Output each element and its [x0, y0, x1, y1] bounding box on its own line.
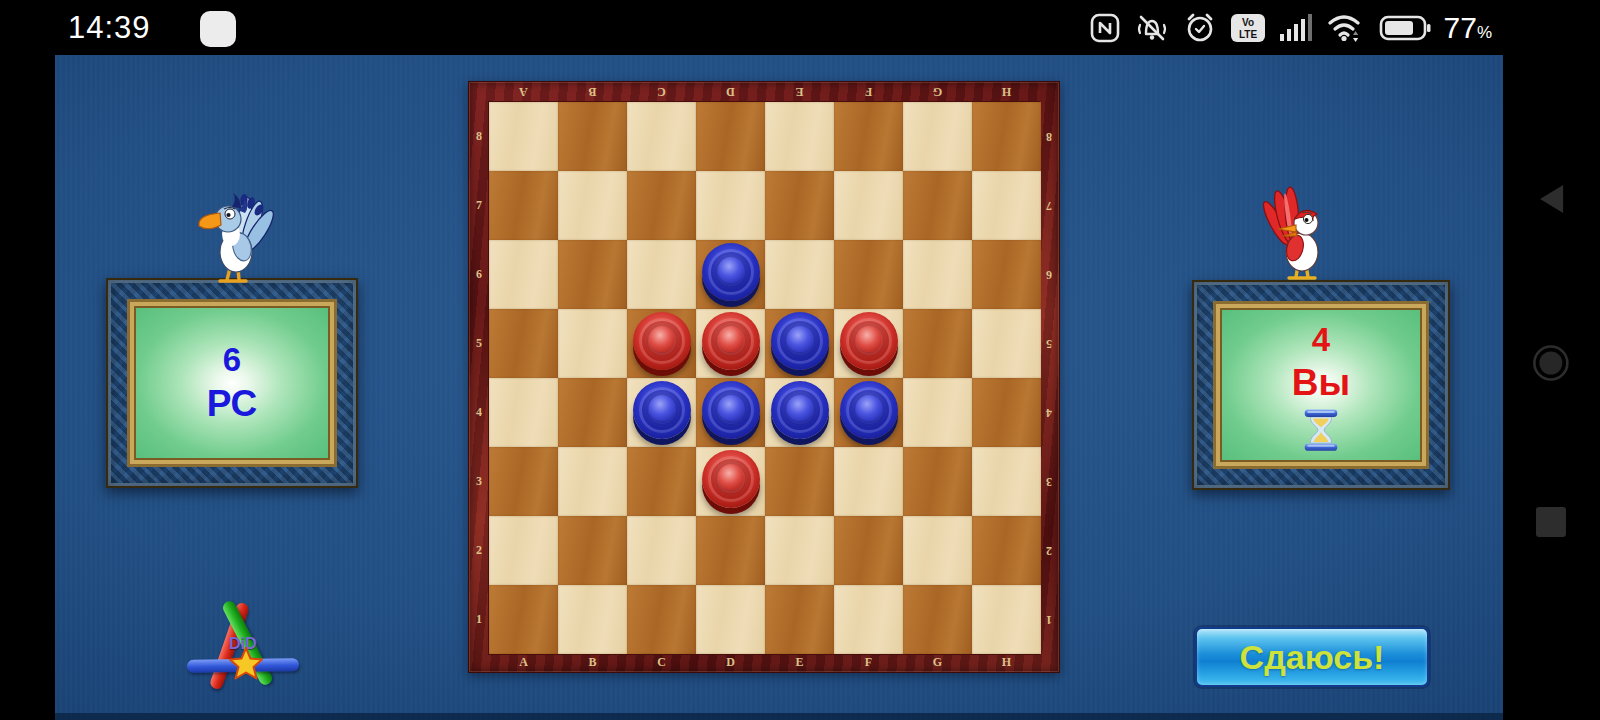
vibrate-off-icon	[1134, 11, 1170, 45]
square-e2[interactable]	[765, 516, 834, 585]
blue-disc-f4[interactable]	[840, 381, 898, 439]
nfc-icon	[1089, 12, 1121, 44]
file-label-bottom-f: F	[834, 652, 903, 672]
square-a5[interactable]	[489, 309, 558, 378]
file-labels-top: ABCDEFGH	[489, 82, 1041, 102]
square-a2[interactable]	[489, 516, 558, 585]
recents-icon[interactable]	[1533, 505, 1567, 539]
square-f6[interactable]	[834, 240, 903, 309]
square-g8[interactable]	[903, 102, 972, 171]
file-label-bottom-g: G	[903, 652, 972, 672]
rank-label-left-5: 5	[469, 309, 489, 378]
square-h6[interactable]	[972, 240, 1041, 309]
square-e3[interactable]	[765, 447, 834, 516]
square-a1[interactable]	[489, 585, 558, 654]
rank-label-right-3: 3	[1039, 447, 1059, 516]
rank-label-left-1: 1	[469, 585, 489, 654]
file-label-bottom-e: E	[765, 652, 834, 672]
did-logo: DiD	[183, 595, 311, 695]
square-f8[interactable]	[834, 102, 903, 171]
square-d2[interactable]	[696, 516, 765, 585]
blue-disc-e5[interactable]	[771, 312, 829, 370]
logo-star-icon	[229, 647, 263, 680]
computer-label: РС	[207, 381, 257, 427]
square-f2[interactable]	[834, 516, 903, 585]
player-score: 4	[1312, 319, 1330, 360]
file-label-bottom-c: C	[627, 652, 696, 672]
square-b3[interactable]	[558, 447, 627, 516]
square-f1[interactable]	[834, 585, 903, 654]
rank-labels-left: 87654321	[469, 102, 489, 654]
square-d6[interactable]	[696, 240, 765, 309]
status-icons: Vo LTE 77%	[1089, 0, 1493, 55]
square-g5[interactable]	[903, 309, 972, 378]
file-label-top-f: F	[834, 82, 903, 102]
rank-label-right-8: 8	[1039, 102, 1059, 171]
resign-button[interactable]: Сдаюсь!	[1195, 627, 1429, 687]
square-c7[interactable]	[627, 171, 696, 240]
file-label-top-d: D	[696, 82, 765, 102]
rank-label-left-6: 6	[469, 240, 489, 309]
square-d5[interactable]	[696, 309, 765, 378]
square-b5[interactable]	[558, 309, 627, 378]
file-label-bottom-a: A	[489, 652, 558, 672]
square-c4[interactable]	[627, 378, 696, 447]
square-c3[interactable]	[627, 447, 696, 516]
square-b4[interactable]	[558, 378, 627, 447]
red-disc-d5[interactable]	[702, 312, 760, 370]
square-f4[interactable]	[834, 378, 903, 447]
hourglass-icon	[1302, 409, 1340, 451]
rank-label-right-2: 2	[1039, 516, 1059, 585]
square-g7[interactable]	[903, 171, 972, 240]
battery-percent: 77%	[1444, 11, 1493, 45]
blue-disc-d4[interactable]	[702, 381, 760, 439]
svg-text:Vo: Vo	[1241, 17, 1253, 28]
square-f7[interactable]	[834, 171, 903, 240]
square-e7[interactable]	[765, 171, 834, 240]
game-board: ABCDEFGH ABCDEFGH 87654321 87654321	[468, 81, 1060, 673]
red-disc-d3[interactable]	[702, 450, 760, 508]
square-h7[interactable]	[972, 171, 1041, 240]
file-label-bottom-h: H	[972, 652, 1041, 672]
rank-labels-right: 87654321	[1039, 102, 1059, 654]
square-b6[interactable]	[558, 240, 627, 309]
blue-disc-c4[interactable]	[633, 381, 691, 439]
square-c8[interactable]	[627, 102, 696, 171]
square-a8[interactable]	[489, 102, 558, 171]
square-f3[interactable]	[834, 447, 903, 516]
square-a3[interactable]	[489, 447, 558, 516]
player-score-frame: 4 Вы	[1192, 280, 1450, 490]
red-bird-mascot	[1248, 185, 1338, 285]
rank-label-left-3: 3	[469, 447, 489, 516]
file-label-top-a: A	[489, 82, 558, 102]
android-nav-bar	[1503, 0, 1600, 720]
blue-bird-mascot	[193, 190, 277, 286]
square-c1[interactable]	[627, 585, 696, 654]
file-label-top-e: E	[765, 82, 834, 102]
status-bar: 14:39 Vo LTE	[0, 0, 1600, 55]
rank-label-right-6: 6	[1039, 240, 1059, 309]
square-a7[interactable]	[489, 171, 558, 240]
file-label-top-b: B	[558, 82, 627, 102]
square-g6[interactable]	[903, 240, 972, 309]
square-b7[interactable]	[558, 171, 627, 240]
player-label: Вы	[1292, 360, 1350, 406]
square-e4[interactable]	[765, 378, 834, 447]
square-g4[interactable]	[903, 378, 972, 447]
board-grid	[489, 102, 1039, 654]
signal-icon	[1279, 12, 1313, 44]
battery-icon	[1379, 13, 1431, 43]
square-d1[interactable]	[696, 585, 765, 654]
rank-label-left-4: 4	[469, 378, 489, 447]
square-c5[interactable]	[627, 309, 696, 378]
red-disc-f5[interactable]	[840, 312, 898, 370]
resign-button-label: Сдаюсь!	[1240, 638, 1385, 677]
square-h8[interactable]	[972, 102, 1041, 171]
square-e8[interactable]	[765, 102, 834, 171]
square-e1[interactable]	[765, 585, 834, 654]
computer-score-screen: 6 РС	[130, 302, 334, 464]
player-score-screen: 4 Вы	[1216, 304, 1426, 466]
square-b2[interactable]	[558, 516, 627, 585]
back-icon[interactable]	[1536, 183, 1566, 215]
square-a4[interactable]	[489, 378, 558, 447]
square-d4[interactable]	[696, 378, 765, 447]
rank-label-right-4: 4	[1039, 378, 1059, 447]
rank-label-right-1: 1	[1039, 585, 1059, 654]
wifi-icon	[1326, 11, 1366, 45]
blue-disc-e4[interactable]	[771, 381, 829, 439]
file-label-top-h: H	[972, 82, 1041, 102]
square-d7[interactable]	[696, 171, 765, 240]
file-label-bottom-b: B	[558, 652, 627, 672]
square-f5[interactable]	[834, 309, 903, 378]
square-d8[interactable]	[696, 102, 765, 171]
rank-label-right-7: 7	[1039, 171, 1059, 240]
file-label-top-g: G	[903, 82, 972, 102]
square-c6[interactable]	[627, 240, 696, 309]
square-a6[interactable]	[489, 240, 558, 309]
square-h1[interactable]	[972, 585, 1041, 654]
square-e5[interactable]	[765, 309, 834, 378]
blue-disc-d6[interactable]	[702, 243, 760, 301]
computer-score: 6	[223, 339, 241, 380]
rank-label-left-7: 7	[469, 171, 489, 240]
square-b1[interactable]	[558, 585, 627, 654]
file-labels-bottom: ABCDEFGH	[489, 652, 1041, 672]
clock: 14:39	[68, 0, 151, 55]
alarm-icon	[1183, 11, 1217, 45]
svg-text:LTE: LTE	[1238, 29, 1256, 40]
square-h3[interactable]	[972, 447, 1041, 516]
square-g2[interactable]	[903, 516, 972, 585]
square-h5[interactable]	[972, 309, 1041, 378]
volte-icon: Vo LTE	[1230, 12, 1266, 44]
square-h2[interactable]	[972, 516, 1041, 585]
rank-label-right-5: 5	[1039, 309, 1059, 378]
square-c2[interactable]	[627, 516, 696, 585]
square-e6[interactable]	[765, 240, 834, 309]
red-disc-c5[interactable]	[633, 312, 691, 370]
computer-score-frame: 6 РС	[106, 278, 358, 488]
screenshot-thumbnail-icon	[200, 11, 236, 47]
rank-label-left-8: 8	[469, 102, 489, 171]
square-d3[interactable]	[696, 447, 765, 516]
file-label-bottom-d: D	[696, 652, 765, 672]
home-icon[interactable]	[1531, 344, 1569, 382]
file-label-top-c: C	[627, 82, 696, 102]
square-b8[interactable]	[558, 102, 627, 171]
rank-label-left-2: 2	[469, 516, 489, 585]
square-g1[interactable]	[903, 585, 972, 654]
square-g3[interactable]	[903, 447, 972, 516]
square-h4[interactable]	[972, 378, 1041, 447]
game-background: ABCDEFGH ABCDEFGH 87654321 87654321 6 РС…	[55, 55, 1503, 720]
